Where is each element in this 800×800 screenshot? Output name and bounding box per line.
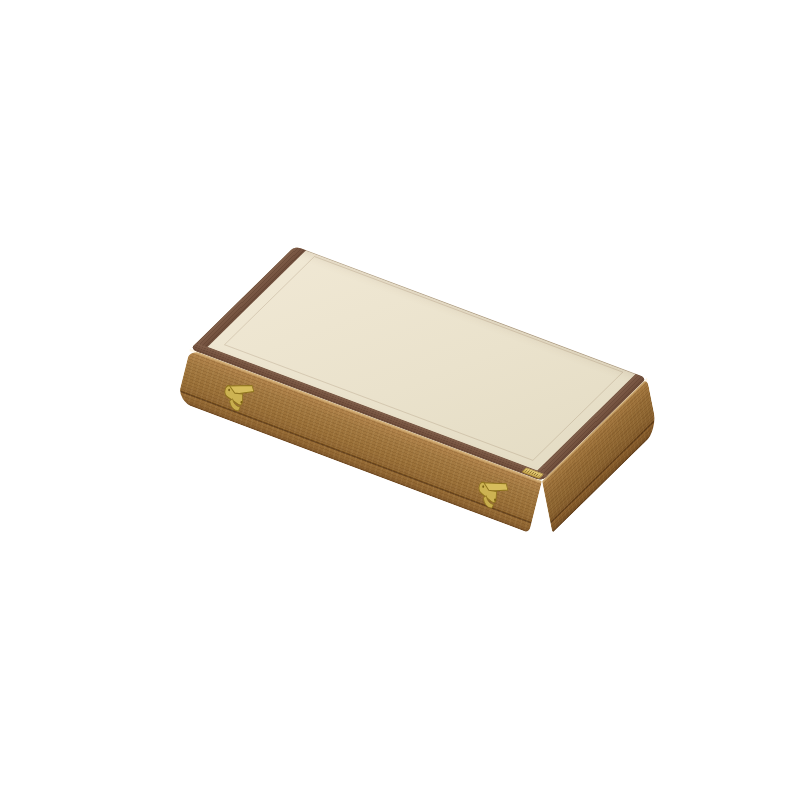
folded-chess-box — [0, 0, 800, 800]
brass-latch-icon — [218, 370, 261, 419]
brass-latch-icon — [471, 467, 515, 518]
